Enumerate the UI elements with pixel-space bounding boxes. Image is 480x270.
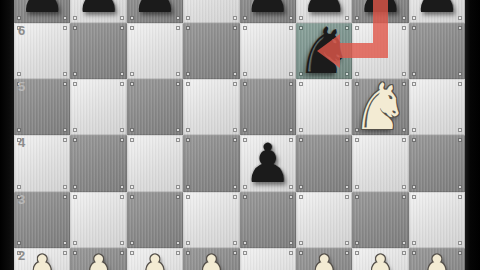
square-a6[interactable]: 6 <box>14 23 70 79</box>
square-h6[interactable] <box>409 23 465 79</box>
square-f6[interactable]: ♞ <box>296 23 352 79</box>
square-e5[interactable] <box>240 79 296 135</box>
square-f2[interactable]: ♟ <box>296 248 352 270</box>
white-pawn[interactable]: ♟ <box>70 248 126 270</box>
square-d7[interactable] <box>183 0 239 23</box>
black-pawn[interactable]: ♟ <box>352 0 408 23</box>
rank-label-6: 6 <box>18 24 25 37</box>
square-h4[interactable] <box>409 135 465 191</box>
square-b6[interactable] <box>70 23 126 79</box>
black-knight[interactable]: ♞ <box>296 23 352 79</box>
white-pawn[interactable]: ♟ <box>127 248 183 270</box>
square-c4[interactable] <box>127 135 183 191</box>
black-pawn[interactable]: ♟ <box>70 0 126 23</box>
letterbox-left <box>0 0 14 270</box>
square-d6[interactable] <box>183 23 239 79</box>
square-b5[interactable] <box>70 79 126 135</box>
black-pawn[interactable]: ♟ <box>14 0 70 23</box>
white-pawn[interactable]: ♟ <box>352 248 408 270</box>
square-e4[interactable]: ♟ <box>240 135 296 191</box>
square-c7[interactable]: ♟ <box>127 0 183 23</box>
black-pawn[interactable]: ♟ <box>240 135 296 191</box>
square-h5[interactable] <box>409 79 465 135</box>
square-f4[interactable] <box>296 135 352 191</box>
rank-label-5: 5 <box>18 80 25 93</box>
square-a3[interactable]: 3 <box>14 192 70 248</box>
square-g4[interactable] <box>352 135 408 191</box>
square-c6[interactable] <box>127 23 183 79</box>
white-pawn[interactable]: ♟ <box>14 248 70 270</box>
square-e2[interactable] <box>240 248 296 270</box>
black-pawn[interactable]: ♟ <box>127 0 183 23</box>
black-pawn[interactable]: ♟ <box>240 0 296 23</box>
square-e7[interactable]: ♟ <box>240 0 296 23</box>
square-b7[interactable]: ♟ <box>70 0 126 23</box>
square-e6[interactable] <box>240 23 296 79</box>
square-d5[interactable] <box>183 79 239 135</box>
square-b2[interactable]: ♟ <box>70 248 126 270</box>
rank-label-3: 3 <box>18 193 25 206</box>
chess-board: 87♟♟♟♟♟♟♟6♞5♞4♟32♟♟♟♟♟♟♟1 <box>14 0 465 270</box>
square-g5[interactable]: ♞ <box>352 79 408 135</box>
square-c2[interactable]: ♟ <box>127 248 183 270</box>
letterbox-right <box>465 0 480 270</box>
rank-label-4: 4 <box>18 136 25 149</box>
square-h2[interactable]: ♟ <box>409 248 465 270</box>
black-pawn[interactable]: ♟ <box>409 0 465 23</box>
square-a5[interactable]: 5 <box>14 79 70 135</box>
square-d4[interactable] <box>183 135 239 191</box>
white-pawn[interactable]: ♟ <box>183 248 239 270</box>
square-c3[interactable] <box>127 192 183 248</box>
square-a7[interactable]: 7♟ <box>14 0 70 23</box>
square-f3[interactable] <box>296 192 352 248</box>
square-c5[interactable] <box>127 79 183 135</box>
square-d2[interactable]: ♟ <box>183 248 239 270</box>
square-g2[interactable]: ♟ <box>352 248 408 270</box>
square-a2[interactable]: 2♟ <box>14 248 70 270</box>
square-b4[interactable] <box>70 135 126 191</box>
square-f5[interactable] <box>296 79 352 135</box>
white-pawn[interactable]: ♟ <box>409 248 465 270</box>
white-pawn[interactable]: ♟ <box>296 248 352 270</box>
white-knight[interactable]: ♞ <box>352 79 408 135</box>
square-g7[interactable]: ♟ <box>352 0 408 23</box>
square-e3[interactable] <box>240 192 296 248</box>
square-h7[interactable]: ♟ <box>409 0 465 23</box>
square-h3[interactable] <box>409 192 465 248</box>
square-d3[interactable] <box>183 192 239 248</box>
chess-app-screenshot: 87♟♟♟♟♟♟♟6♞5♞4♟32♟♟♟♟♟♟♟1 <box>0 0 480 270</box>
square-g3[interactable] <box>352 192 408 248</box>
square-b3[interactable] <box>70 192 126 248</box>
square-a4[interactable]: 4 <box>14 135 70 191</box>
